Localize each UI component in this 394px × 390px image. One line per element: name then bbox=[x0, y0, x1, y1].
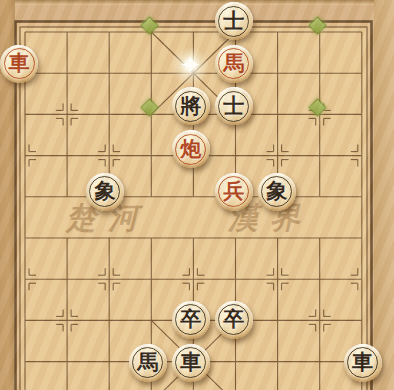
piece-black-advisor[interactable]: 士 bbox=[215, 87, 253, 125]
piece-glyph: 馬 bbox=[223, 53, 244, 74]
piece-glyph: 士 bbox=[223, 96, 244, 117]
piece-glyph: 象 bbox=[94, 181, 115, 202]
piece-black-elephant[interactable]: 象 bbox=[86, 173, 124, 211]
piece-glyph: 車 bbox=[9, 53, 30, 74]
piece-black-soldier[interactable]: 卒 bbox=[215, 301, 253, 339]
piece-black-horse[interactable]: 馬 bbox=[129, 344, 167, 382]
piece-red-horse[interactable]: 馬 bbox=[215, 45, 253, 83]
piece-glyph: 炮 bbox=[180, 139, 201, 160]
piece-glyph: 卒 bbox=[180, 309, 201, 330]
piece-glyph: 兵 bbox=[223, 181, 244, 202]
piece-black-soldier[interactable]: 卒 bbox=[172, 301, 210, 339]
piece-glyph: 象 bbox=[266, 181, 287, 202]
piece-glyph: 將 bbox=[180, 96, 201, 117]
piece-red-cannon[interactable]: 炮 bbox=[172, 130, 210, 168]
pieces-layer: 士車馬將士炮象兵象卒卒馬車車 bbox=[0, 0, 394, 390]
xiangqi-board: 楚河 漢界 士車馬將士炮象兵象卒卒馬車車 bbox=[0, 0, 394, 390]
piece-glyph: 士 bbox=[223, 11, 244, 32]
piece-black-chariot[interactable]: 車 bbox=[172, 344, 210, 382]
piece-black-chariot[interactable]: 車 bbox=[344, 344, 382, 382]
piece-black-general[interactable]: 將 bbox=[172, 87, 210, 125]
piece-black-advisor[interactable]: 士 bbox=[215, 2, 253, 40]
piece-glyph: 車 bbox=[352, 352, 373, 373]
piece-glyph: 馬 bbox=[137, 352, 158, 373]
piece-red-chariot[interactable]: 車 bbox=[0, 45, 38, 83]
piece-glyph: 車 bbox=[180, 352, 201, 373]
piece-red-soldier[interactable]: 兵 bbox=[215, 173, 253, 211]
piece-glyph: 卒 bbox=[223, 309, 244, 330]
piece-black-elephant[interactable]: 象 bbox=[258, 173, 296, 211]
